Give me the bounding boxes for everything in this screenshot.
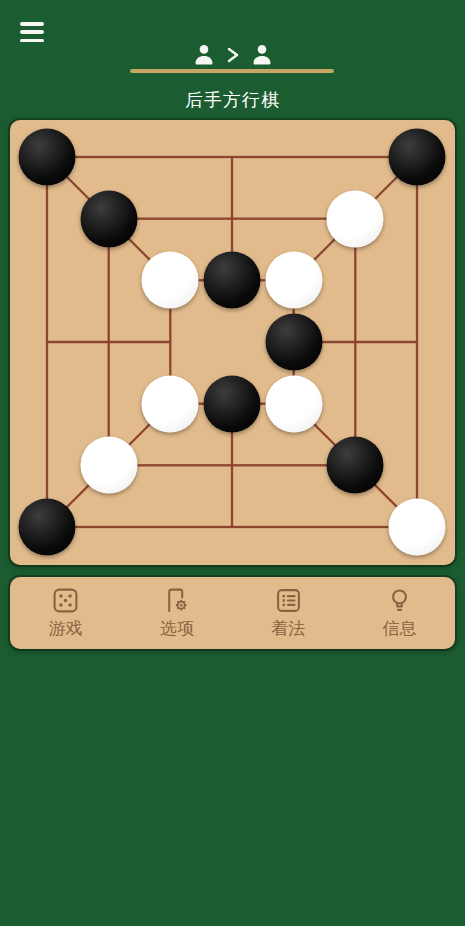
- black-piece-d5[interactable]: [204, 252, 261, 309]
- chevron-right-icon: [225, 45, 241, 65]
- options-button[interactable]: 选项: [121, 587, 232, 640]
- white-piece-b2[interactable]: [80, 437, 137, 494]
- lightbulb-icon: [386, 587, 413, 614]
- morris-board[interactable]: [10, 120, 455, 565]
- white-piece-e5[interactable]: [265, 252, 322, 309]
- board-point-d1[interactable]: [215, 510, 249, 544]
- board-point-d2[interactable]: [215, 448, 249, 482]
- white-piece-e3[interactable]: [265, 375, 322, 432]
- info-button-label: 信息: [382, 617, 416, 640]
- white-piece-f6[interactable]: [327, 190, 384, 247]
- player-two-icon: [250, 43, 274, 67]
- board-point-d7[interactable]: [215, 140, 249, 174]
- move-list-icon: [275, 587, 302, 614]
- options-button-label: 选项: [160, 617, 194, 640]
- board-point-a4[interactable]: [30, 325, 64, 359]
- white-piece-c5[interactable]: [142, 252, 199, 309]
- menu-hamburger-icon[interactable]: [20, 22, 44, 42]
- options-document-gear-icon: [163, 587, 190, 614]
- board-point-g4[interactable]: [400, 325, 434, 359]
- white-piece-g1[interactable]: [389, 499, 446, 556]
- dice-icon: [52, 587, 79, 614]
- black-piece-a1[interactable]: [19, 499, 76, 556]
- board-point-c4[interactable]: [153, 325, 187, 359]
- player-one-icon: [192, 43, 216, 67]
- black-piece-d3[interactable]: [204, 375, 261, 432]
- board-grid-lines: [10, 120, 455, 565]
- status-text: 后手方行棋: [0, 88, 465, 112]
- turn-indicator: [0, 42, 465, 68]
- black-piece-a7[interactable]: [19, 129, 76, 186]
- black-piece-g7[interactable]: [389, 129, 446, 186]
- board-point-d6[interactable]: [215, 202, 249, 236]
- black-piece-b6[interactable]: [80, 190, 137, 247]
- game-button[interactable]: 游戏: [10, 587, 121, 640]
- turn-divider-line: [130, 69, 334, 73]
- board-point-f4[interactable]: [338, 325, 372, 359]
- board-point-b4[interactable]: [92, 325, 126, 359]
- black-piece-e4[interactable]: [265, 314, 322, 371]
- white-piece-c3[interactable]: [142, 375, 199, 432]
- bottom-toolbar: 游戏 选项: [10, 577, 455, 649]
- black-piece-f2[interactable]: [327, 437, 384, 494]
- moves-button[interactable]: 着法: [233, 587, 344, 640]
- game-button-label: 游戏: [49, 617, 83, 640]
- info-button[interactable]: 信息: [344, 587, 455, 640]
- moves-button-label: 着法: [271, 617, 305, 640]
